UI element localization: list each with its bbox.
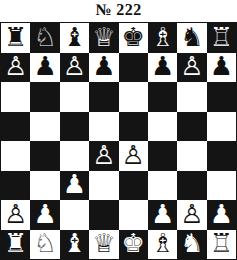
square-b6[interactable]: [30, 82, 59, 112]
square-d5[interactable]: [89, 112, 118, 142]
square-h7[interactable]: ♟: [207, 53, 236, 83]
piece-black-pawn: ♟: [92, 53, 115, 79]
piece-black-knight: ♞: [180, 24, 203, 50]
square-g4[interactable]: [177, 141, 206, 171]
square-h2[interactable]: ♟: [207, 200, 236, 230]
square-g7[interactable]: ♙: [177, 53, 206, 83]
square-g8[interactable]: ♞: [177, 23, 206, 53]
square-d3[interactable]: [89, 171, 118, 201]
square-h6[interactable]: [207, 82, 236, 112]
square-h1[interactable]: ♖: [207, 230, 236, 260]
square-a8[interactable]: ♜: [1, 23, 30, 53]
square-f5[interactable]: [148, 112, 177, 142]
piece-black-pawn: ♙: [4, 53, 27, 79]
square-e3[interactable]: [119, 171, 148, 201]
square-b7[interactable]: ♟: [30, 53, 59, 83]
square-f1[interactable]: ♗: [148, 230, 177, 260]
square-a6[interactable]: [1, 82, 30, 112]
piece-black-pawn: ♟: [33, 53, 56, 79]
square-g5[interactable]: [177, 112, 206, 142]
piece-white-pawn: ♟: [210, 201, 233, 227]
square-c1[interactable]: ♝: [60, 230, 89, 260]
square-d2[interactable]: [89, 200, 118, 230]
piece-black-pawn: ♟: [210, 53, 233, 79]
square-f2[interactable]: ♟: [148, 200, 177, 230]
piece-white-knight: ♘: [33, 230, 56, 256]
piece-black-bishop: ♝: [63, 24, 86, 50]
piece-white-rook: ♖: [210, 230, 233, 256]
square-h8[interactable]: ♖: [207, 23, 236, 53]
square-d7[interactable]: ♟: [89, 53, 118, 83]
square-g2[interactable]: ♙: [177, 200, 206, 230]
square-c3[interactable]: ♟: [60, 171, 89, 201]
piece-black-pawn: ♙: [63, 53, 86, 79]
piece-white-king: ♚: [122, 230, 145, 256]
piece-black-king: ♚: [122, 24, 145, 50]
square-g1[interactable]: ♞: [177, 230, 206, 260]
piece-white-queen: ♕: [92, 230, 115, 256]
square-c7[interactable]: ♙: [60, 53, 89, 83]
piece-white-pawn: ♟: [33, 201, 56, 227]
piece-white-pawn: ♙: [4, 201, 27, 227]
square-f7[interactable]: ♟: [148, 53, 177, 83]
square-d8[interactable]: ♕: [89, 23, 118, 53]
square-e2[interactable]: [119, 200, 148, 230]
piece-black-pawn: ♟: [151, 53, 174, 79]
square-a4[interactable]: [1, 141, 30, 171]
diagram-title: № 222: [0, 0, 237, 20]
piece-white-rook: ♜: [4, 230, 27, 256]
square-e6[interactable]: [119, 82, 148, 112]
square-d4[interactable]: ♙: [89, 141, 118, 171]
square-c5[interactable]: [60, 112, 89, 142]
square-e8[interactable]: ♚: [119, 23, 148, 53]
square-a7[interactable]: ♙: [1, 53, 30, 83]
piece-black-queen: ♕: [92, 24, 115, 50]
square-f4[interactable]: [148, 141, 177, 171]
square-a1[interactable]: ♜: [1, 230, 30, 260]
square-a3[interactable]: [1, 171, 30, 201]
square-b2[interactable]: ♟: [30, 200, 59, 230]
square-g6[interactable]: [177, 82, 206, 112]
square-c2[interactable]: [60, 200, 89, 230]
piece-white-pawn: ♟: [151, 201, 174, 227]
square-c6[interactable]: [60, 82, 89, 112]
square-c8[interactable]: ♝: [60, 23, 89, 53]
piece-black-rook: ♜: [4, 24, 27, 50]
piece-white-bishop: ♗: [151, 230, 174, 256]
square-d6[interactable]: [89, 82, 118, 112]
chess-diagram: № 222 ♜♘♝♕♚♗♞♖♙♟♙♟♟♙♟♙♙♟♙♟♟♙♟♜♘♝♕♚♗♞♖: [0, 0, 237, 260]
piece-black-knight: ♘: [33, 24, 56, 50]
square-h3[interactable]: [207, 171, 236, 201]
piece-black-pawn: ♙: [180, 53, 203, 79]
piece-white-pawn: ♟: [63, 171, 86, 197]
piece-white-bishop: ♝: [63, 230, 86, 256]
square-e1[interactable]: ♚: [119, 230, 148, 260]
square-d1[interactable]: ♕: [89, 230, 118, 260]
piece-white-pawn: ♙: [122, 142, 145, 168]
piece-white-knight: ♞: [180, 230, 203, 256]
square-a5[interactable]: [1, 112, 30, 142]
square-b3[interactable]: [30, 171, 59, 201]
square-a2[interactable]: ♙: [1, 200, 30, 230]
piece-white-pawn: ♙: [180, 201, 203, 227]
piece-black-pawn: ♙: [92, 142, 115, 168]
square-e4[interactable]: ♙: [119, 141, 148, 171]
square-b4[interactable]: [30, 141, 59, 171]
square-h5[interactable]: [207, 112, 236, 142]
square-f8[interactable]: ♗: [148, 23, 177, 53]
chess-board: ♜♘♝♕♚♗♞♖♙♟♙♟♟♙♟♙♙♟♙♟♟♙♟♜♘♝♕♚♗♞♖: [0, 22, 237, 260]
piece-black-rook: ♖: [210, 24, 233, 50]
square-f6[interactable]: [148, 82, 177, 112]
square-b1[interactable]: ♘: [30, 230, 59, 260]
square-b5[interactable]: [30, 112, 59, 142]
square-b8[interactable]: ♘: [30, 23, 59, 53]
square-f3[interactable]: [148, 171, 177, 201]
piece-black-bishop: ♗: [151, 24, 174, 50]
square-g3[interactable]: [177, 171, 206, 201]
square-e5[interactable]: [119, 112, 148, 142]
square-h4[interactable]: [207, 141, 236, 171]
square-e7[interactable]: [119, 53, 148, 83]
square-c4[interactable]: [60, 141, 89, 171]
